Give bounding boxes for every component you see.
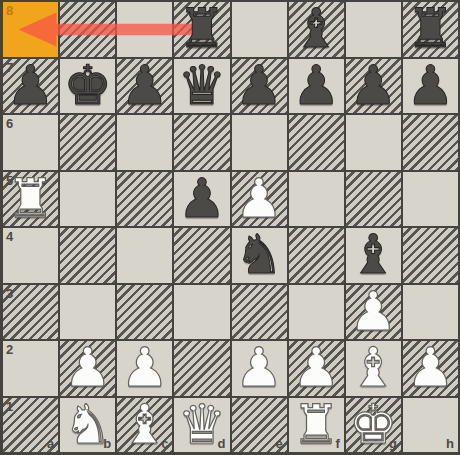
square-c6[interactable] [117, 115, 172, 170]
piece-black-rook-h8[interactable]: ♜ [403, 2, 458, 57]
square-g7[interactable]: ♟ [346, 59, 401, 114]
coord-rank-8: 8 [6, 3, 13, 18]
square-c4[interactable] [117, 228, 172, 283]
piece-white-queen-d1[interactable]: ♛ [174, 398, 229, 453]
square-e4[interactable]: ♞ [232, 228, 287, 283]
square-d5[interactable]: ♟ [174, 172, 229, 227]
piece-white-king-g1[interactable]: ♚ [346, 398, 401, 453]
piece-black-pawn-c7[interactable]: ♟ [117, 59, 172, 114]
square-a4[interactable]: 4 [3, 228, 58, 283]
square-f6[interactable] [289, 115, 344, 170]
coord-rank-4: 4 [6, 229, 13, 244]
square-e3[interactable] [232, 285, 287, 340]
piece-black-bishop-f8[interactable]: ♝ [289, 2, 344, 57]
square-g5[interactable] [346, 172, 401, 227]
piece-black-king-b7[interactable]: ♚ [60, 59, 115, 114]
square-f5[interactable] [289, 172, 344, 227]
piece-black-bishop-g4[interactable]: ♝ [346, 228, 401, 283]
square-e8[interactable] [232, 2, 287, 57]
piece-black-pawn-h7[interactable]: ♟ [403, 59, 458, 114]
square-b1[interactable]: b♞ [60, 398, 115, 453]
piece-white-pawn-h2[interactable]: ♟ [403, 341, 458, 396]
coord-file-e: e [275, 436, 282, 451]
square-d6[interactable] [174, 115, 229, 170]
square-g2[interactable]: ♝ [346, 341, 401, 396]
square-a3[interactable]: 3 [3, 285, 58, 340]
square-f1[interactable]: f♜ [289, 398, 344, 453]
piece-black-pawn-d5[interactable]: ♟ [174, 172, 229, 227]
square-d1[interactable]: d♛ [174, 398, 229, 453]
square-a6[interactable]: 6 [3, 115, 58, 170]
piece-white-rook-f1[interactable]: ♜ [289, 398, 344, 453]
square-e7[interactable]: ♟ [232, 59, 287, 114]
square-a2[interactable]: 2 [3, 341, 58, 396]
coord-rank-2: 2 [6, 342, 13, 357]
square-d3[interactable] [174, 285, 229, 340]
piece-black-pawn-g7[interactable]: ♟ [346, 59, 401, 114]
square-g4[interactable]: ♝ [346, 228, 401, 283]
piece-white-pawn-c2[interactable]: ♟ [117, 341, 172, 396]
square-e6[interactable] [232, 115, 287, 170]
piece-black-pawn-a7[interactable]: ♟ [3, 59, 58, 114]
square-f2[interactable]: ♟ [289, 341, 344, 396]
square-b3[interactable] [60, 285, 115, 340]
square-d4[interactable] [174, 228, 229, 283]
piece-white-pawn-e5[interactable]: ♟ [232, 172, 287, 227]
piece-white-pawn-e2[interactable]: ♟ [232, 341, 287, 396]
coord-file-a: a [47, 436, 54, 451]
piece-white-pawn-g3[interactable]: ♟ [346, 285, 401, 340]
square-g6[interactable] [346, 115, 401, 170]
chess-board: 8♜♝♜7♟♚♟♛♟♟♟♟65♜♟♟4♞♝3♟2♟♟♟♟♝♟1ab♞c♝d♛ef… [0, 0, 460, 455]
piece-white-pawn-b2[interactable]: ♟ [60, 341, 115, 396]
square-h6[interactable] [403, 115, 458, 170]
square-a7[interactable]: 7♟ [3, 59, 58, 114]
square-f8[interactable]: ♝ [289, 2, 344, 57]
piece-black-rook-d8[interactable]: ♜ [174, 2, 229, 57]
square-b6[interactable] [60, 115, 115, 170]
square-h7[interactable]: ♟ [403, 59, 458, 114]
piece-white-bishop-c1[interactable]: ♝ [117, 398, 172, 453]
coord-file-h: h [446, 436, 454, 451]
square-g1[interactable]: g♚ [346, 398, 401, 453]
square-e5[interactable]: ♟ [232, 172, 287, 227]
coord-rank-3: 3 [6, 286, 13, 301]
square-d2[interactable] [174, 341, 229, 396]
square-d7[interactable]: ♛ [174, 59, 229, 114]
piece-black-queen-d7[interactable]: ♛ [174, 59, 229, 114]
piece-black-pawn-f7[interactable]: ♟ [289, 59, 344, 114]
square-h2[interactable]: ♟ [403, 341, 458, 396]
square-a5[interactable]: 5♜ [3, 172, 58, 227]
square-e1[interactable]: e [232, 398, 287, 453]
square-c8[interactable] [117, 2, 172, 57]
square-b4[interactable] [60, 228, 115, 283]
square-g3[interactable]: ♟ [346, 285, 401, 340]
square-f4[interactable] [289, 228, 344, 283]
square-h5[interactable] [403, 172, 458, 227]
square-g8[interactable] [346, 2, 401, 57]
square-b5[interactable] [60, 172, 115, 227]
square-c5[interactable] [117, 172, 172, 227]
square-h4[interactable] [403, 228, 458, 283]
square-h1[interactable]: h [403, 398, 458, 453]
square-d8[interactable]: ♜ [174, 2, 229, 57]
square-h3[interactable] [403, 285, 458, 340]
square-h8[interactable]: ♜ [403, 2, 458, 57]
piece-black-knight-e4[interactable]: ♞ [232, 228, 287, 283]
square-b2[interactable]: ♟ [60, 341, 115, 396]
piece-white-pawn-f2[interactable]: ♟ [289, 341, 344, 396]
square-b8[interactable] [60, 2, 115, 57]
square-c7[interactable]: ♟ [117, 59, 172, 114]
square-e2[interactable]: ♟ [232, 341, 287, 396]
piece-black-pawn-e7[interactable]: ♟ [232, 59, 287, 114]
piece-white-bishop-g2[interactable]: ♝ [346, 341, 401, 396]
square-c3[interactable] [117, 285, 172, 340]
square-a1[interactable]: 1a [3, 398, 58, 453]
square-c1[interactable]: c♝ [117, 398, 172, 453]
square-f7[interactable]: ♟ [289, 59, 344, 114]
square-a8[interactable]: 8 [3, 2, 58, 57]
coord-rank-1: 1 [6, 399, 13, 414]
coord-rank-6: 6 [6, 116, 13, 131]
square-f3[interactable] [289, 285, 344, 340]
square-b7[interactable]: ♚ [60, 59, 115, 114]
piece-white-knight-b1[interactable]: ♞ [60, 398, 115, 453]
square-c2[interactable]: ♟ [117, 341, 172, 396]
piece-white-rook-a5[interactable]: ♜ [3, 172, 58, 227]
